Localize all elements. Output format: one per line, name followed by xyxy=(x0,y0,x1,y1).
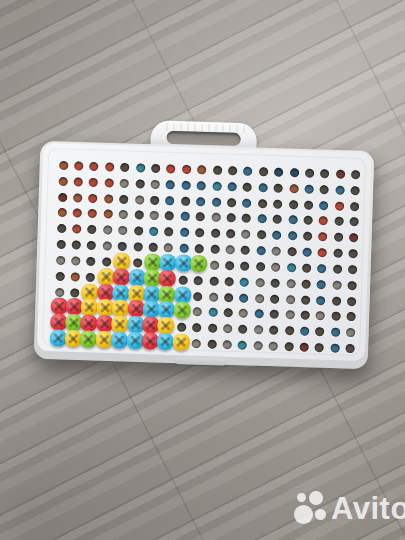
hole xyxy=(180,212,189,221)
hole xyxy=(177,323,186,332)
cell xyxy=(116,191,132,207)
hole xyxy=(258,199,267,208)
hole xyxy=(320,185,329,194)
cell xyxy=(225,163,241,179)
cell xyxy=(130,239,146,255)
cell xyxy=(255,195,271,211)
hole xyxy=(164,243,173,252)
hole xyxy=(226,245,235,254)
cell xyxy=(268,275,284,291)
cell xyxy=(70,174,86,190)
cell xyxy=(209,178,225,194)
hole xyxy=(224,309,233,318)
cell xyxy=(178,177,194,193)
case-latch xyxy=(176,357,226,366)
hole xyxy=(179,244,188,253)
hole xyxy=(254,325,263,334)
hole xyxy=(351,170,360,179)
hole xyxy=(209,276,218,285)
hole xyxy=(331,312,340,321)
hole xyxy=(254,309,263,318)
hole xyxy=(315,327,324,336)
cell xyxy=(131,191,147,207)
hole xyxy=(151,164,160,173)
hole xyxy=(167,164,176,173)
cell xyxy=(101,190,117,206)
hole xyxy=(165,227,174,236)
cell xyxy=(189,336,205,352)
cell xyxy=(330,261,346,277)
cell xyxy=(86,174,102,190)
cell xyxy=(54,205,70,221)
hole xyxy=(165,212,174,221)
cell xyxy=(68,237,84,253)
hole xyxy=(255,278,264,287)
hole xyxy=(102,241,111,250)
hole xyxy=(286,279,295,288)
cell xyxy=(205,305,221,321)
cell xyxy=(236,290,252,306)
cell xyxy=(173,335,189,351)
cell xyxy=(239,195,255,211)
hole xyxy=(212,197,221,206)
cell xyxy=(96,333,112,349)
cell xyxy=(255,179,271,195)
cell xyxy=(223,226,239,242)
cell xyxy=(84,237,100,253)
cell xyxy=(54,221,70,237)
hole xyxy=(196,213,205,222)
case-face xyxy=(37,143,371,361)
cell xyxy=(251,322,267,338)
hole xyxy=(300,327,309,336)
cell xyxy=(224,178,240,194)
toy-case xyxy=(34,141,375,369)
hole xyxy=(348,265,357,274)
hole xyxy=(240,293,249,302)
cell xyxy=(238,226,254,242)
hole xyxy=(211,229,220,238)
hole xyxy=(302,279,311,288)
cell xyxy=(101,175,117,191)
cell xyxy=(286,180,302,196)
cell xyxy=(147,176,163,192)
cell xyxy=(240,163,256,179)
hole xyxy=(351,186,360,195)
cell xyxy=(112,333,128,349)
hole xyxy=(87,241,96,250)
hole xyxy=(273,215,282,224)
cell xyxy=(70,189,86,205)
cell xyxy=(71,158,87,174)
hole xyxy=(270,294,279,303)
cell xyxy=(100,222,116,238)
cell xyxy=(239,211,255,227)
hole xyxy=(335,201,344,210)
hole xyxy=(74,177,83,186)
cell xyxy=(299,244,315,260)
cell xyxy=(343,309,359,325)
hole xyxy=(243,182,252,191)
cell xyxy=(219,337,235,353)
cell xyxy=(329,293,345,309)
cell xyxy=(345,246,361,262)
hole xyxy=(166,196,175,205)
hole xyxy=(213,166,222,175)
cell xyxy=(67,269,83,285)
cell xyxy=(194,162,210,178)
hole xyxy=(346,344,355,353)
hole xyxy=(285,326,294,335)
cell xyxy=(312,340,328,356)
cell xyxy=(221,289,237,305)
hole xyxy=(289,184,298,193)
hole xyxy=(258,183,267,192)
cell xyxy=(269,212,285,228)
cell xyxy=(207,225,223,241)
hole xyxy=(347,297,356,306)
cell xyxy=(162,208,178,224)
hole xyxy=(303,248,312,257)
hole xyxy=(120,163,129,172)
hole xyxy=(133,242,142,251)
hole xyxy=(120,179,129,188)
cell xyxy=(69,205,85,221)
cell xyxy=(148,160,164,176)
hole xyxy=(239,309,248,318)
hole xyxy=(316,296,325,305)
hole xyxy=(55,272,64,281)
hole xyxy=(335,185,344,194)
cell xyxy=(317,165,333,181)
cell xyxy=(52,268,68,284)
cell xyxy=(130,223,146,239)
hole xyxy=(59,161,68,170)
logo-circle xyxy=(309,491,323,505)
hole xyxy=(58,192,67,201)
hole xyxy=(302,263,311,272)
hole xyxy=(103,210,112,219)
cell xyxy=(270,180,286,196)
cell xyxy=(281,323,297,339)
cell xyxy=(205,289,221,305)
pegboard xyxy=(50,157,364,357)
hole xyxy=(71,272,80,281)
hole xyxy=(197,165,206,174)
cell xyxy=(344,277,360,293)
cell xyxy=(235,337,251,353)
cell xyxy=(55,173,71,189)
cell xyxy=(333,166,349,182)
cell xyxy=(297,323,313,339)
cell xyxy=(100,206,116,222)
cell xyxy=(83,253,99,269)
hole xyxy=(317,264,326,273)
hole xyxy=(134,226,143,235)
logo-circle xyxy=(294,505,313,524)
hole xyxy=(207,340,216,349)
hole xyxy=(253,341,262,350)
hole xyxy=(284,342,293,351)
hole xyxy=(349,233,358,242)
cell xyxy=(176,256,192,272)
cell xyxy=(55,157,71,173)
hole xyxy=(285,310,294,319)
hole xyxy=(181,196,190,205)
cell xyxy=(221,273,237,289)
hole xyxy=(193,308,202,317)
hole xyxy=(56,240,65,249)
hole xyxy=(305,184,314,193)
cell xyxy=(178,193,194,209)
hole xyxy=(211,213,220,222)
hole xyxy=(320,169,329,178)
cell xyxy=(50,331,66,347)
hole xyxy=(350,217,359,226)
cell xyxy=(224,194,240,210)
cell xyxy=(191,257,207,273)
cell xyxy=(329,277,345,293)
cell xyxy=(253,243,269,259)
hole xyxy=(319,216,328,225)
cell xyxy=(347,182,363,198)
hole xyxy=(256,262,265,271)
hole xyxy=(274,168,283,177)
hole xyxy=(349,249,358,258)
hole xyxy=(241,262,250,271)
hole xyxy=(74,161,83,170)
hole xyxy=(104,194,113,203)
cell xyxy=(177,209,193,225)
cell xyxy=(117,175,133,191)
hole xyxy=(118,242,127,251)
cell xyxy=(220,305,236,321)
cell xyxy=(190,288,206,304)
hole xyxy=(315,343,324,352)
hole xyxy=(334,233,343,242)
cell xyxy=(132,160,148,176)
hole xyxy=(103,226,112,235)
cell xyxy=(332,198,348,214)
hole xyxy=(331,328,340,337)
hole xyxy=(118,226,127,235)
cell xyxy=(314,260,330,276)
cell xyxy=(86,158,102,174)
hole xyxy=(286,295,295,304)
toy-case-group xyxy=(0,0,405,540)
hole xyxy=(288,216,297,225)
cell xyxy=(270,196,286,212)
cell xyxy=(146,223,162,239)
cell xyxy=(204,320,220,336)
hole xyxy=(228,166,237,175)
hole xyxy=(133,258,142,267)
hole xyxy=(73,209,82,218)
hole xyxy=(271,278,280,287)
hole xyxy=(195,244,204,253)
cell xyxy=(283,275,299,291)
peg-red xyxy=(159,269,177,287)
hole xyxy=(195,228,204,237)
hole xyxy=(89,193,98,202)
hole xyxy=(348,281,357,290)
cell xyxy=(251,306,267,322)
hole xyxy=(333,264,342,273)
cell xyxy=(284,228,300,244)
peg-yellow xyxy=(157,317,175,335)
hole xyxy=(151,179,160,188)
cell xyxy=(269,227,285,243)
logo-circle xyxy=(315,509,326,520)
hole xyxy=(197,181,206,190)
cell xyxy=(300,212,316,228)
cell xyxy=(315,245,331,261)
hole xyxy=(89,178,98,187)
hole xyxy=(304,216,313,225)
cell xyxy=(194,177,210,193)
cell xyxy=(161,224,177,240)
cell xyxy=(208,194,224,210)
hole xyxy=(192,323,201,332)
cell xyxy=(285,212,301,228)
hole xyxy=(303,232,312,241)
cell xyxy=(267,291,283,307)
cell xyxy=(237,274,253,290)
hole xyxy=(288,231,297,240)
hole xyxy=(334,217,343,226)
hole xyxy=(346,328,355,337)
hole xyxy=(301,295,310,304)
cell xyxy=(209,162,225,178)
hole xyxy=(228,182,237,191)
cell xyxy=(348,166,364,182)
hole xyxy=(57,208,66,217)
hole xyxy=(336,169,345,178)
hole xyxy=(256,246,265,255)
cell xyxy=(204,336,220,352)
cell xyxy=(127,334,143,350)
cell xyxy=(102,159,118,175)
cell xyxy=(236,305,252,321)
cell xyxy=(343,325,359,341)
cell xyxy=(268,259,284,275)
cell xyxy=(301,197,317,213)
peg-green xyxy=(173,302,191,320)
cell xyxy=(346,214,362,230)
hole xyxy=(317,280,326,289)
hole xyxy=(272,231,281,240)
cell xyxy=(65,332,81,348)
cell xyxy=(332,182,348,198)
hole xyxy=(347,312,356,321)
cell xyxy=(298,276,314,292)
hole xyxy=(135,179,144,188)
cell xyxy=(316,213,332,229)
cell xyxy=(192,225,208,241)
cell xyxy=(53,252,69,268)
hole xyxy=(70,288,79,297)
hole xyxy=(316,311,325,320)
hole xyxy=(290,168,299,177)
cell xyxy=(347,198,363,214)
logo-circle xyxy=(297,493,306,502)
hole xyxy=(208,308,217,317)
cell xyxy=(285,196,301,212)
cell xyxy=(298,292,314,308)
avito-watermark: Avito xyxy=(294,490,405,528)
cell xyxy=(297,307,313,323)
hole xyxy=(134,211,143,220)
peg-yellow xyxy=(172,333,190,351)
hole xyxy=(223,340,232,349)
hole xyxy=(225,277,234,286)
hole xyxy=(182,165,191,174)
hole xyxy=(58,177,67,186)
cell xyxy=(147,192,163,208)
cell xyxy=(252,274,268,290)
hole xyxy=(166,180,175,189)
avito-wordmark: Avito xyxy=(331,490,405,528)
hole xyxy=(318,248,327,257)
cell xyxy=(222,242,238,258)
cell xyxy=(281,339,297,355)
cell xyxy=(220,321,236,337)
hole xyxy=(243,198,252,207)
hole xyxy=(330,344,339,353)
hole xyxy=(55,287,64,296)
hole xyxy=(272,247,281,256)
cell xyxy=(162,192,178,208)
cell xyxy=(238,242,254,258)
cell xyxy=(85,206,101,222)
hole xyxy=(194,276,203,285)
cell xyxy=(115,223,131,239)
hole xyxy=(239,325,248,334)
cell xyxy=(84,222,100,238)
cell xyxy=(131,207,147,223)
cell xyxy=(235,321,251,337)
hole xyxy=(208,324,217,333)
cell xyxy=(85,190,101,206)
hole xyxy=(88,209,97,218)
cell xyxy=(316,197,332,213)
hole xyxy=(56,256,65,265)
cell xyxy=(132,176,148,192)
cell xyxy=(193,193,209,209)
cell xyxy=(282,307,298,323)
cell xyxy=(302,165,318,181)
cell xyxy=(174,304,190,320)
hole xyxy=(192,339,201,348)
cell xyxy=(328,308,344,324)
cell xyxy=(223,210,239,226)
hole xyxy=(305,169,314,178)
hole xyxy=(119,210,128,219)
cell xyxy=(331,229,347,245)
hole xyxy=(271,263,280,272)
cell xyxy=(327,340,343,356)
hole xyxy=(319,201,328,210)
cell xyxy=(206,273,222,289)
screw-slot-icon xyxy=(173,302,191,320)
cell xyxy=(69,221,85,237)
cell xyxy=(328,324,344,340)
cell xyxy=(68,253,84,269)
hole xyxy=(72,240,81,249)
cell xyxy=(55,189,71,205)
cell xyxy=(189,320,205,336)
cell xyxy=(282,291,298,307)
